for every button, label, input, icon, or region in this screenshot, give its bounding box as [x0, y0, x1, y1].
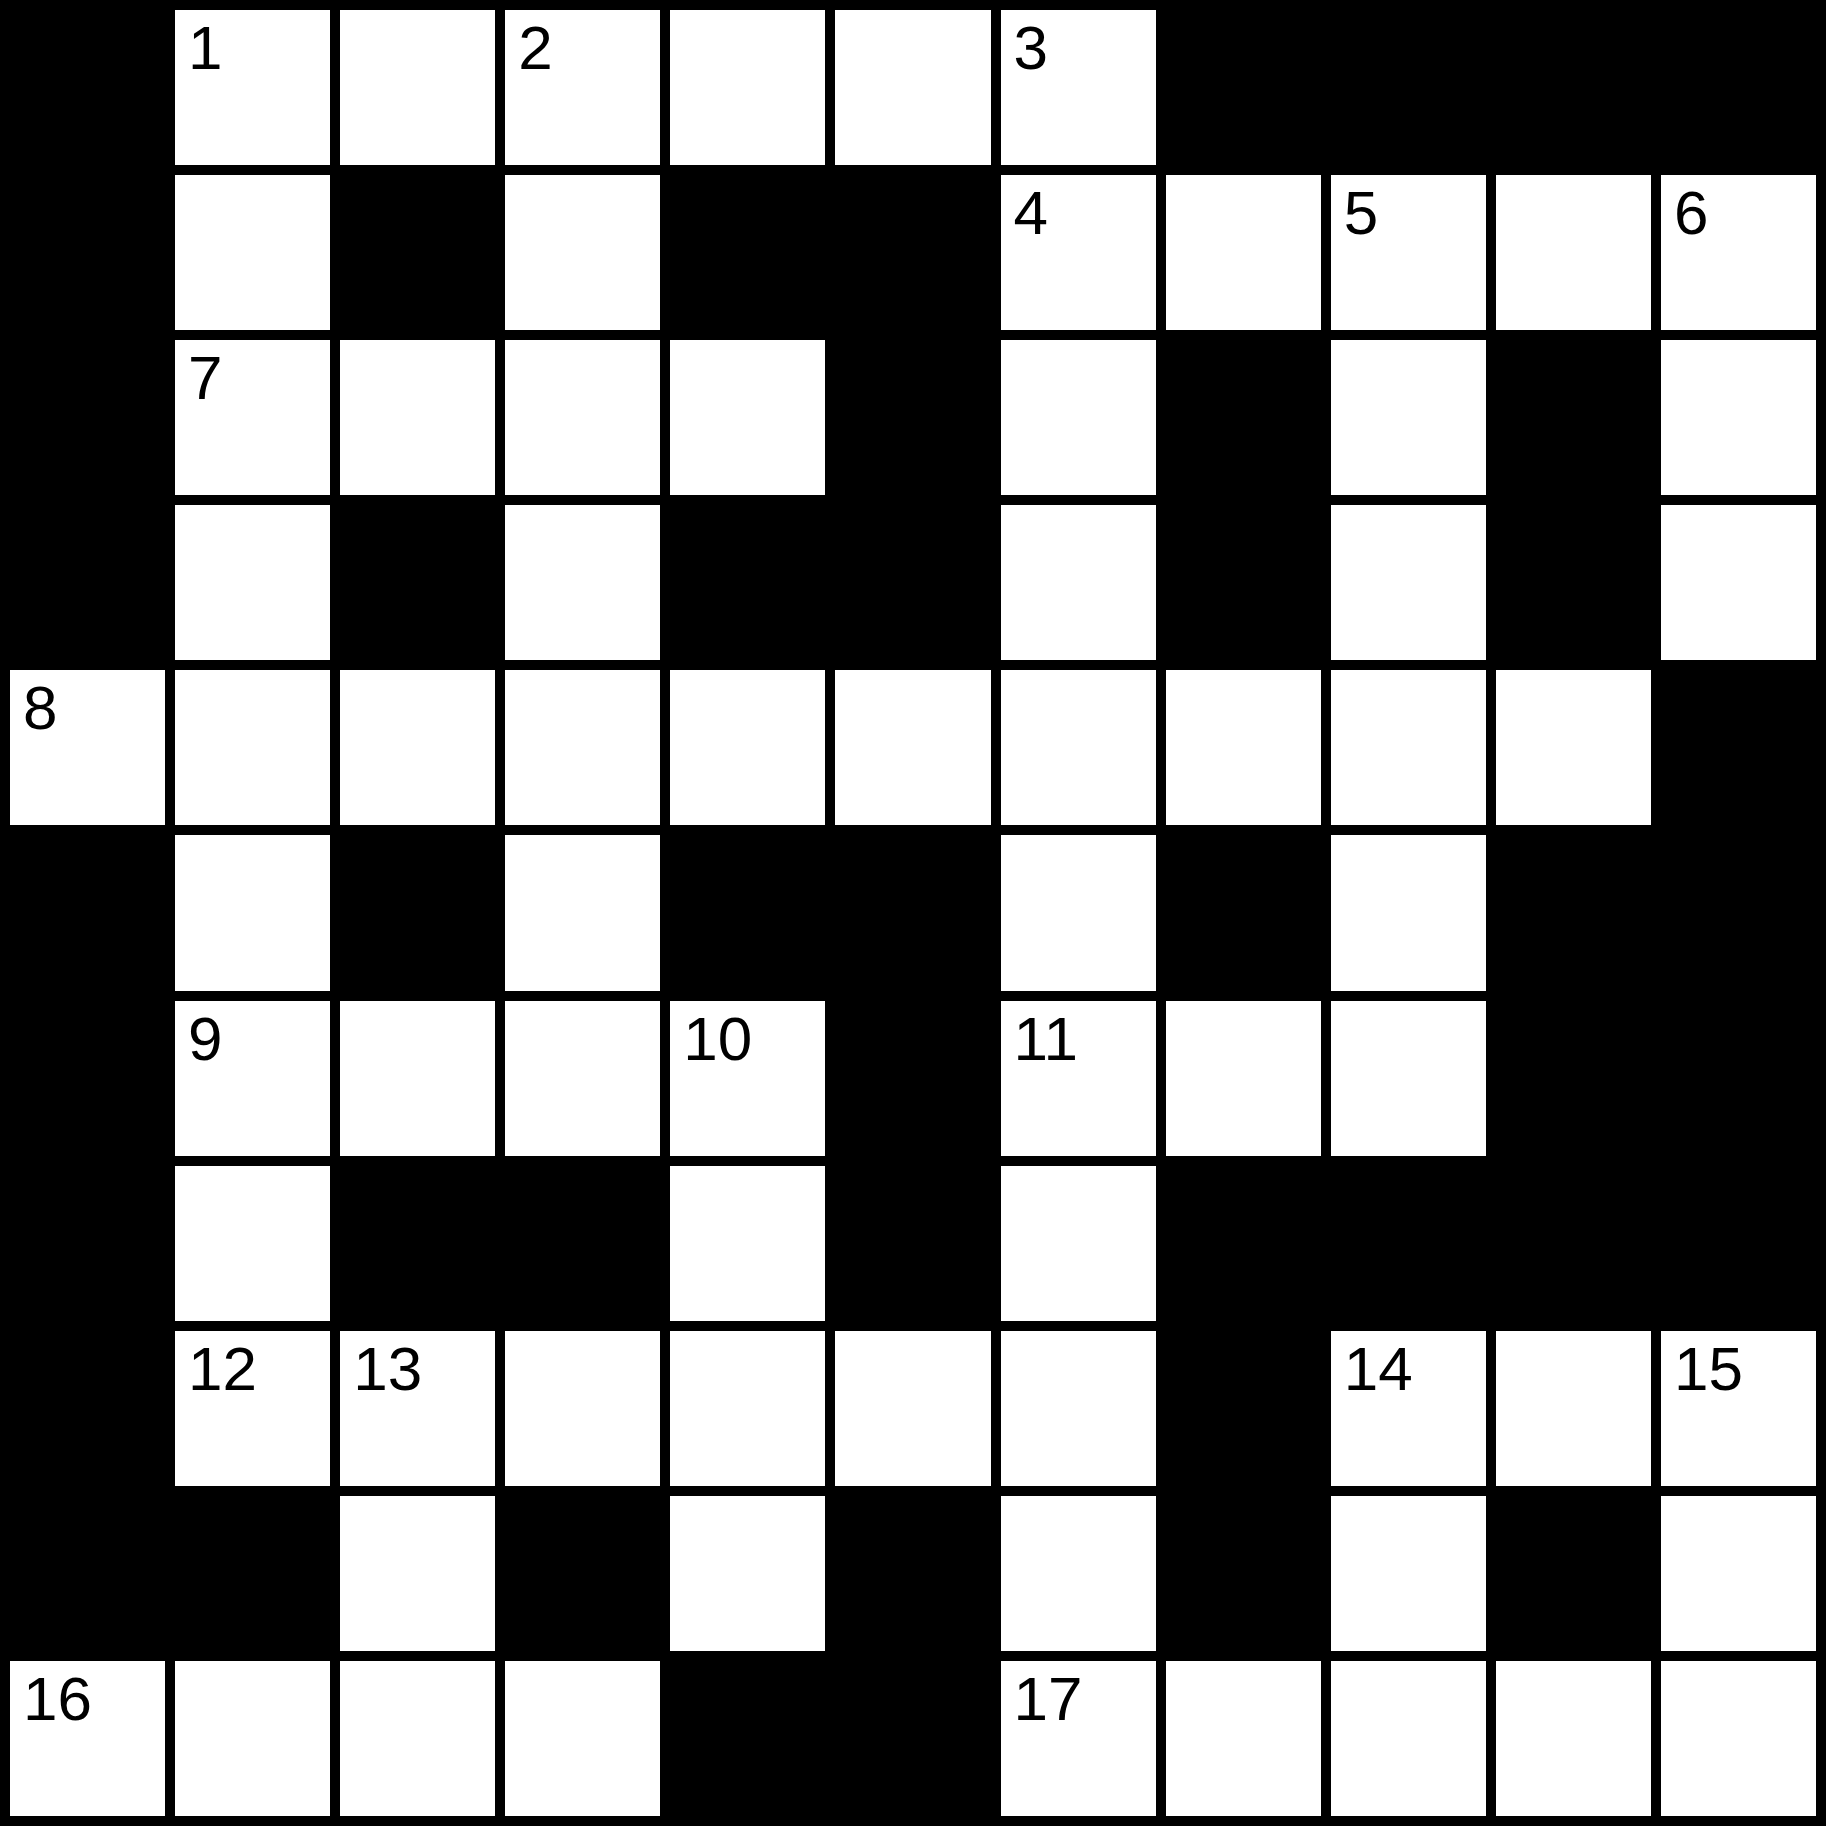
- block-cell-r7-c6: [835, 1001, 990, 1156]
- cell-r11-c2[interactable]: [175, 1661, 330, 1816]
- clue-number-4: 4: [1014, 180, 1048, 245]
- cell-r10-c9[interactable]: [1331, 1496, 1486, 1651]
- cell-r11-c3[interactable]: [340, 1661, 495, 1816]
- clue-number-5: 5: [1344, 180, 1378, 245]
- cell-r9-c11[interactable]: 15: [1661, 1331, 1816, 1486]
- cell-r3-c4[interactable]: [505, 340, 660, 495]
- clue-number-11: 11: [1014, 1006, 1078, 1071]
- block-cell-r3-c10: [1496, 340, 1651, 495]
- block-cell-r8-c1: [10, 1166, 165, 1321]
- block-cell-r8-c4: [505, 1166, 660, 1321]
- cell-r8-c2[interactable]: [175, 1166, 330, 1321]
- cell-r4-c7[interactable]: [1001, 505, 1156, 660]
- block-cell-r4-c6: [835, 505, 990, 660]
- block-cell-r1-c8: [1166, 10, 1321, 165]
- cell-r1-c5[interactable]: [670, 10, 825, 165]
- cell-r2-c4[interactable]: [505, 175, 660, 330]
- block-cell-r5-c11: [1661, 670, 1816, 825]
- clue-number-17: 17: [1014, 1666, 1083, 1731]
- block-cell-r10-c6: [835, 1496, 990, 1651]
- cell-r4-c11[interactable]: [1661, 505, 1816, 660]
- block-cell-r10-c8: [1166, 1496, 1321, 1651]
- cell-r9-c4[interactable]: [505, 1331, 660, 1486]
- cell-r11-c8[interactable]: [1166, 1661, 1321, 1816]
- cell-r10-c7[interactable]: [1001, 1496, 1156, 1651]
- cell-r5-c6[interactable]: [835, 670, 990, 825]
- clue-number-14: 14: [1344, 1336, 1413, 1401]
- cell-r2-c7[interactable]: 4: [1001, 175, 1156, 330]
- cell-r9-c9[interactable]: 14: [1331, 1331, 1486, 1486]
- block-cell-r4-c3: [340, 505, 495, 660]
- cell-r1-c7[interactable]: 3: [1001, 10, 1156, 165]
- cell-r11-c7[interactable]: 17: [1001, 1661, 1156, 1816]
- cell-r3-c2[interactable]: 7: [175, 340, 330, 495]
- cell-r4-c4[interactable]: [505, 505, 660, 660]
- cell-r6-c7[interactable]: [1001, 835, 1156, 990]
- clue-number-13: 13: [353, 1336, 422, 1401]
- block-cell-r4-c5: [670, 505, 825, 660]
- cell-r11-c11[interactable]: [1661, 1661, 1816, 1816]
- block-cell-r1-c11: [1661, 10, 1816, 165]
- cell-r9-c10[interactable]: [1496, 1331, 1651, 1486]
- cell-r1-c4[interactable]: 2: [505, 10, 660, 165]
- block-cell-r10-c1: [10, 1496, 165, 1651]
- block-cell-r1-c1: [10, 10, 165, 165]
- block-cell-r11-c6: [835, 1661, 990, 1816]
- block-cell-r6-c10: [1496, 835, 1651, 990]
- cell-r2-c2[interactable]: [175, 175, 330, 330]
- clue-number-8: 8: [23, 675, 57, 740]
- block-cell-r8-c8: [1166, 1166, 1321, 1321]
- block-cell-r2-c3: [340, 175, 495, 330]
- block-cell-r9-c1: [10, 1331, 165, 1486]
- cell-r9-c5[interactable]: [670, 1331, 825, 1486]
- clue-number-10: 10: [683, 1006, 752, 1071]
- block-cell-r2-c6: [835, 175, 990, 330]
- cell-r7-c3[interactable]: [340, 1001, 495, 1156]
- block-cell-r2-c5: [670, 175, 825, 330]
- cell-r11-c1[interactable]: 16: [10, 1661, 165, 1816]
- cell-r5-c10[interactable]: [1496, 670, 1651, 825]
- cell-r9-c3[interactable]: 13: [340, 1331, 495, 1486]
- block-cell-r3-c6: [835, 340, 990, 495]
- cell-r5-c4[interactable]: [505, 670, 660, 825]
- block-cell-r6-c8: [1166, 835, 1321, 990]
- cell-r1-c3[interactable]: [340, 10, 495, 165]
- cell-r6-c9[interactable]: [1331, 835, 1486, 990]
- cell-r7-c8[interactable]: [1166, 1001, 1321, 1156]
- cell-r11-c4[interactable]: [505, 1661, 660, 1816]
- clue-number-15: 15: [1674, 1336, 1743, 1401]
- cell-r9-c6[interactable]: [835, 1331, 990, 1486]
- block-cell-r6-c5: [670, 835, 825, 990]
- cell-r10-c5[interactable]: [670, 1496, 825, 1651]
- cell-r2-c9[interactable]: 5: [1331, 175, 1486, 330]
- cell-r1-c2[interactable]: 1: [175, 10, 330, 165]
- block-cell-r3-c1: [10, 340, 165, 495]
- cell-r3-c11[interactable]: [1661, 340, 1816, 495]
- cell-r10-c11[interactable]: [1661, 1496, 1816, 1651]
- cell-r5-c7[interactable]: [1001, 670, 1156, 825]
- crossword-board: 1234567891011121314151617: [0, 0, 1826, 1826]
- clue-number-9: 9: [188, 1006, 222, 1071]
- block-cell-r11-c5: [670, 1661, 825, 1816]
- block-cell-r8-c6: [835, 1166, 990, 1321]
- cell-r10-c3[interactable]: [340, 1496, 495, 1651]
- cell-r2-c10[interactable]: [1496, 175, 1651, 330]
- cell-r3-c3[interactable]: [340, 340, 495, 495]
- cell-r3-c5[interactable]: [670, 340, 825, 495]
- block-cell-r9-c8: [1166, 1331, 1321, 1486]
- cell-r6-c4[interactable]: [505, 835, 660, 990]
- cell-r8-c5[interactable]: [670, 1166, 825, 1321]
- cell-r11-c10[interactable]: [1496, 1661, 1651, 1816]
- block-cell-r10-c10: [1496, 1496, 1651, 1651]
- block-cell-r6-c11: [1661, 835, 1816, 990]
- cell-r5-c2[interactable]: [175, 670, 330, 825]
- block-cell-r7-c11: [1661, 1001, 1816, 1156]
- cell-r2-c11[interactable]: 6: [1661, 175, 1816, 330]
- block-cell-r10-c4: [505, 1496, 660, 1651]
- cell-r7-c2[interactable]: 9: [175, 1001, 330, 1156]
- block-cell-r8-c9: [1331, 1166, 1486, 1321]
- cell-r5-c8[interactable]: [1166, 670, 1321, 825]
- cell-r4-c2[interactable]: [175, 505, 330, 660]
- block-cell-r2-c1: [10, 175, 165, 330]
- block-cell-r8-c10: [1496, 1166, 1651, 1321]
- cell-r8-c7[interactable]: [1001, 1166, 1156, 1321]
- cell-r4-c9[interactable]: [1331, 505, 1486, 660]
- clue-number-3: 3: [1014, 15, 1048, 80]
- cell-r5-c9[interactable]: [1331, 670, 1486, 825]
- block-cell-r10-c2: [175, 1496, 330, 1651]
- cell-r11-c9[interactable]: [1331, 1661, 1486, 1816]
- cell-r2-c8[interactable]: [1166, 175, 1321, 330]
- cell-r3-c9[interactable]: [1331, 340, 1486, 495]
- block-cell-r1-c9: [1331, 10, 1486, 165]
- block-cell-r6-c1: [10, 835, 165, 990]
- cell-r3-c7[interactable]: [1001, 340, 1156, 495]
- cell-r9-c7[interactable]: [1001, 1331, 1156, 1486]
- clue-number-6: 6: [1674, 180, 1708, 245]
- block-cell-r7-c10: [1496, 1001, 1651, 1156]
- cell-r7-c5[interactable]: 10: [670, 1001, 825, 1156]
- block-cell-r1-c10: [1496, 10, 1651, 165]
- block-cell-r4-c10: [1496, 505, 1651, 660]
- clue-number-1: 1: [188, 15, 222, 80]
- cell-r7-c7[interactable]: 11: [1001, 1001, 1156, 1156]
- block-cell-r6-c6: [835, 835, 990, 990]
- block-cell-r4-c1: [10, 505, 165, 660]
- cell-r7-c4[interactable]: [505, 1001, 660, 1156]
- block-cell-r7-c1: [10, 1001, 165, 1156]
- block-cell-r8-c3: [340, 1166, 495, 1321]
- block-cell-r3-c8: [1166, 340, 1321, 495]
- cell-r1-c6[interactable]: [835, 10, 990, 165]
- cell-r9-c2[interactable]: 12: [175, 1331, 330, 1486]
- clue-number-16: 16: [23, 1666, 92, 1731]
- clue-number-2: 2: [518, 15, 552, 80]
- cell-r5-c1[interactable]: 8: [10, 670, 165, 825]
- cell-r6-c2[interactable]: [175, 835, 330, 990]
- cell-r5-c3[interactable]: [340, 670, 495, 825]
- block-cell-r6-c3: [340, 835, 495, 990]
- cell-r5-c5[interactable]: [670, 670, 825, 825]
- clue-number-7: 7: [188, 345, 222, 410]
- block-cell-r8-c11: [1661, 1166, 1816, 1321]
- clue-number-12: 12: [188, 1336, 257, 1401]
- cell-r7-c9[interactable]: [1331, 1001, 1486, 1156]
- block-cell-r4-c8: [1166, 505, 1321, 660]
